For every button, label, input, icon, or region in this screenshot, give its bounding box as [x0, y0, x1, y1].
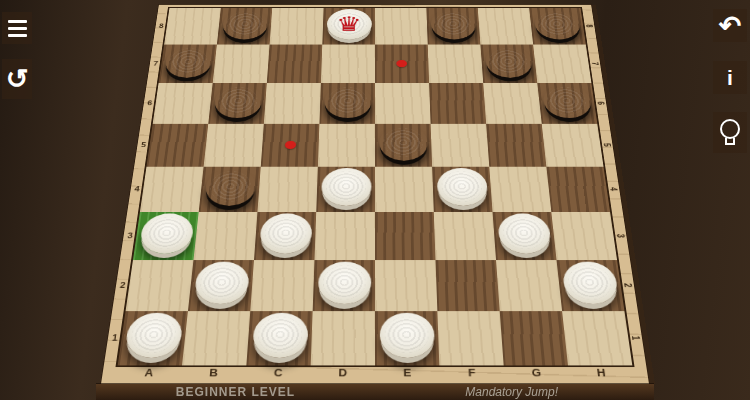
rank-label-8: 8	[561, 22, 616, 30]
rank-label-2: 2	[595, 280, 660, 291]
square-F2[interactable]	[436, 260, 500, 311]
lightbulb-icon	[720, 119, 740, 139]
file-label-C: C	[245, 365, 311, 384]
file-label-B: B	[180, 365, 246, 384]
square-C5[interactable]	[261, 124, 320, 167]
checkers-board: 87654321 ♛ 87654321 ABCDEFGH	[101, 5, 649, 384]
black-man[interactable]	[484, 45, 533, 77]
square-G7[interactable]	[480, 45, 537, 84]
white-man[interactable]	[123, 312, 183, 357]
black-man[interactable]	[213, 84, 263, 118]
white-king[interactable]: ♛	[326, 9, 371, 40]
square-C6[interactable]	[264, 83, 321, 124]
white-man[interactable]	[259, 213, 312, 253]
square-F5[interactable]	[431, 124, 490, 167]
square-E1[interactable]	[375, 311, 439, 365]
info-icon: i	[727, 66, 733, 90]
file-label-F: F	[439, 365, 505, 384]
square-F3[interactable]	[434, 212, 496, 260]
square-A5[interactable]	[146, 124, 208, 167]
square-F8[interactable]	[426, 8, 480, 45]
square-D3[interactable]	[314, 212, 375, 260]
file-label-E: E	[375, 365, 440, 384]
square-G6[interactable]	[483, 83, 542, 124]
board-frame: 87654321 ♛ 87654321 ABCDEFGH	[101, 5, 649, 384]
square-G8[interactable]	[478, 8, 533, 45]
black-man[interactable]	[323, 84, 371, 118]
square-F7[interactable]	[428, 45, 483, 84]
square-F4[interactable]	[432, 167, 492, 212]
square-B7[interactable]	[213, 45, 270, 84]
restart-icon: ↺	[6, 63, 29, 95]
white-man[interactable]	[138, 213, 194, 253]
square-A4[interactable]	[140, 167, 204, 212]
square-A1[interactable]	[118, 311, 188, 365]
file-label-D: D	[310, 365, 375, 384]
file-labels-bottom: ABCDEFGH	[115, 365, 635, 384]
game-screen: ↺ ↶ i 87654321 ♛ 87654321 ABCDEFGH BEGIN…	[0, 0, 750, 400]
white-man[interactable]	[436, 168, 488, 206]
square-G4[interactable]	[489, 167, 551, 212]
square-D4[interactable]	[316, 167, 375, 212]
black-man[interactable]	[430, 9, 476, 40]
undo-button[interactable]: ↶	[713, 9, 747, 42]
square-E5[interactable]	[375, 124, 432, 167]
rank-label-1: 1	[602, 332, 669, 343]
square-D5[interactable]	[318, 124, 375, 167]
board-grid: ♛	[118, 8, 633, 366]
info-button[interactable]: i	[713, 61, 747, 94]
rank-label-5: 5	[577, 140, 636, 149]
board-front-edge: BEGINNER LEVEL Mandatory Jump!	[96, 384, 654, 400]
rank-label-4: 4	[583, 184, 644, 193]
black-man[interactable]	[163, 45, 213, 77]
square-E2[interactable]	[375, 260, 437, 311]
rank-label-6: 6	[571, 99, 629, 107]
white-man[interactable]	[321, 168, 372, 206]
jump-hint-dot	[396, 60, 407, 67]
file-label-A: A	[115, 365, 182, 384]
white-man[interactable]	[379, 312, 434, 357]
menu-button[interactable]	[2, 12, 32, 44]
rank-label-3: 3	[589, 231, 652, 241]
black-man[interactable]	[203, 168, 256, 206]
square-D8[interactable]: ♛	[322, 8, 375, 45]
hint-button[interactable]	[713, 112, 747, 153]
file-label-H: H	[568, 365, 635, 384]
square-E8[interactable]	[375, 8, 428, 45]
white-man[interactable]	[193, 261, 250, 303]
square-G5[interactable]	[486, 124, 546, 167]
white-man[interactable]	[497, 213, 552, 253]
undo-icon: ↶	[719, 10, 742, 42]
square-E4[interactable]	[375, 167, 434, 212]
square-G1[interactable]	[500, 311, 568, 365]
square-B3[interactable]	[193, 212, 257, 260]
square-D6[interactable]	[319, 83, 375, 124]
square-C1[interactable]	[246, 311, 312, 365]
square-A3[interactable]	[133, 212, 199, 260]
white-man[interactable]	[317, 261, 371, 303]
square-E3[interactable]	[375, 212, 436, 260]
level-label: BEGINNER LEVEL	[176, 385, 295, 399]
square-G2[interactable]	[496, 260, 562, 311]
square-F6[interactable]	[429, 83, 486, 124]
rank-label-7: 7	[566, 60, 622, 68]
square-C2[interactable]	[250, 260, 314, 311]
status-message: Mandatory Jump!	[465, 385, 558, 399]
square-E7[interactable]	[375, 45, 429, 84]
square-A6[interactable]	[153, 83, 213, 124]
square-C3[interactable]	[254, 212, 316, 260]
square-C8[interactable]	[270, 8, 324, 45]
white-man[interactable]	[251, 312, 308, 357]
king-crown-icon: ♛	[336, 14, 362, 34]
square-D1[interactable]	[311, 311, 375, 365]
square-B5[interactable]	[204, 124, 264, 167]
square-B6[interactable]	[208, 83, 267, 124]
square-B2[interactable]	[188, 260, 254, 311]
square-D2[interactable]	[313, 260, 375, 311]
square-B8[interactable]	[217, 8, 272, 45]
jump-hint-dot	[285, 141, 297, 149]
square-A2[interactable]	[126, 260, 194, 311]
square-G3[interactable]	[493, 212, 557, 260]
black-man[interactable]	[379, 125, 428, 161]
square-B4[interactable]	[199, 167, 261, 212]
square-F1[interactable]	[437, 311, 503, 365]
black-man[interactable]	[221, 9, 269, 40]
square-A7[interactable]	[159, 45, 217, 84]
square-E6[interactable]	[375, 83, 431, 124]
square-C7[interactable]	[267, 45, 322, 84]
square-D7[interactable]	[321, 45, 375, 84]
restart-button[interactable]: ↺	[2, 59, 32, 99]
square-A8[interactable]	[164, 8, 221, 45]
square-B1[interactable]	[182, 311, 250, 365]
file-label-G: G	[504, 365, 570, 384]
square-C4[interactable]	[257, 167, 317, 212]
